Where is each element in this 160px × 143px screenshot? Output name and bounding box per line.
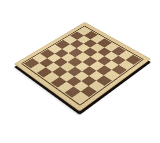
board-face bbox=[14, 22, 151, 112]
board-grid bbox=[24, 27, 140, 103]
chessboard bbox=[32, 11, 132, 111]
product-photo bbox=[0, 0, 160, 143]
